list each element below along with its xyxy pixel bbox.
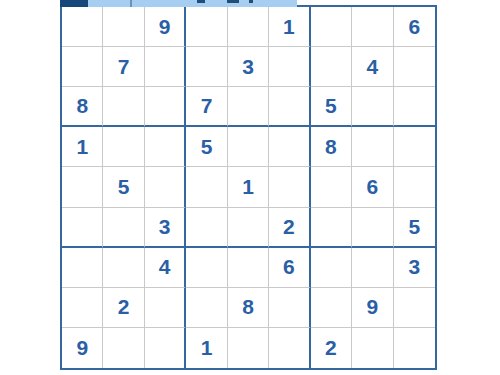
cell-r4c3[interactable] xyxy=(145,127,186,167)
cell-r1c2[interactable] xyxy=(103,7,144,47)
cell-r5c8[interactable]: 6 xyxy=(352,167,393,207)
cell-r6c6[interactable]: 2 xyxy=(269,208,310,248)
cell-r9c2[interactable] xyxy=(103,328,144,368)
toolbar-fragment-mark xyxy=(249,0,253,3)
cell-r9c5[interactable] xyxy=(228,328,269,368)
cell-r7c3[interactable]: 4 xyxy=(145,248,186,288)
cell-r1c3[interactable]: 9 xyxy=(145,7,186,47)
cell-r8c6[interactable] xyxy=(269,288,310,328)
cell-r8c4[interactable] xyxy=(186,288,227,328)
cell-r5c6[interactable] xyxy=(269,167,310,207)
toolbar-fragment-mark xyxy=(227,0,239,3)
cell-r9c1[interactable]: 9 xyxy=(62,328,103,368)
cell-r6c7[interactable] xyxy=(311,208,352,248)
cell-r6c9[interactable]: 5 xyxy=(394,208,435,248)
cell-r6c2[interactable] xyxy=(103,208,144,248)
cell-r2c9[interactable] xyxy=(394,47,435,87)
cell-r6c8[interactable] xyxy=(352,208,393,248)
cell-r3c8[interactable] xyxy=(352,87,393,127)
toolbar-fragment-dark-block xyxy=(60,0,88,7)
cell-r2c5[interactable]: 3 xyxy=(228,47,269,87)
cell-r8c8[interactable]: 9 xyxy=(352,288,393,328)
cell-r6c5[interactable] xyxy=(228,208,269,248)
cell-r2c2[interactable]: 7 xyxy=(103,47,144,87)
cell-r3c7[interactable]: 5 xyxy=(311,87,352,127)
cell-r5c9[interactable] xyxy=(394,167,435,207)
cell-r3c6[interactable] xyxy=(269,87,310,127)
sudoku-board: 916734875158516325463289912 xyxy=(60,5,437,370)
cell-r4c8[interactable] xyxy=(352,127,393,167)
cell-r4c2[interactable] xyxy=(103,127,144,167)
cell-r9c9[interactable] xyxy=(394,328,435,368)
cell-r7c9[interactable]: 3 xyxy=(394,248,435,288)
cell-r1c6[interactable]: 1 xyxy=(269,7,310,47)
cropped-toolbar-strip xyxy=(60,0,297,7)
cell-r2c8[interactable]: 4 xyxy=(352,47,393,87)
cell-r7c2[interactable] xyxy=(103,248,144,288)
cell-r1c4[interactable] xyxy=(186,7,227,47)
cell-r4c9[interactable] xyxy=(394,127,435,167)
cell-r4c4[interactable]: 5 xyxy=(186,127,227,167)
cell-r8c3[interactable] xyxy=(145,288,186,328)
cell-r9c7[interactable]: 2 xyxy=(311,328,352,368)
cell-r6c3[interactable]: 3 xyxy=(145,208,186,248)
cell-r3c3[interactable] xyxy=(145,87,186,127)
cell-r7c1[interactable] xyxy=(62,248,103,288)
cell-r8c7[interactable] xyxy=(311,288,352,328)
page: 916734875158516325463289912 xyxy=(0,0,500,375)
cell-r6c1[interactable] xyxy=(62,208,103,248)
cell-r3c9[interactable] xyxy=(394,87,435,127)
cell-r7c7[interactable] xyxy=(311,248,352,288)
cell-r4c7[interactable]: 8 xyxy=(311,127,352,167)
cell-r2c6[interactable] xyxy=(269,47,310,87)
cell-r5c3[interactable] xyxy=(145,167,186,207)
cell-r1c1[interactable] xyxy=(62,7,103,47)
cell-r5c4[interactable] xyxy=(186,167,227,207)
cell-r2c4[interactable] xyxy=(186,47,227,87)
cell-r1c5[interactable] xyxy=(228,7,269,47)
cell-r3c4[interactable]: 7 xyxy=(186,87,227,127)
cell-r7c4[interactable] xyxy=(186,248,227,288)
cell-r8c1[interactable] xyxy=(62,288,103,328)
cell-r5c5[interactable]: 1 xyxy=(228,167,269,207)
cell-r7c6[interactable]: 6 xyxy=(269,248,310,288)
cell-r7c5[interactable] xyxy=(228,248,269,288)
cell-r2c7[interactable] xyxy=(311,47,352,87)
toolbar-fragment-tick xyxy=(130,0,132,7)
cell-r6c4[interactable] xyxy=(186,208,227,248)
cell-r1c9[interactable]: 6 xyxy=(394,7,435,47)
cell-r4c5[interactable] xyxy=(228,127,269,167)
cell-r2c3[interactable] xyxy=(145,47,186,87)
cell-r3c1[interactable]: 8 xyxy=(62,87,103,127)
cell-r9c8[interactable] xyxy=(352,328,393,368)
cell-r5c2[interactable]: 5 xyxy=(103,167,144,207)
cell-r1c8[interactable] xyxy=(352,7,393,47)
cell-r4c6[interactable] xyxy=(269,127,310,167)
cell-r8c2[interactable]: 2 xyxy=(103,288,144,328)
cell-r7c8[interactable] xyxy=(352,248,393,288)
cell-r1c7[interactable] xyxy=(311,7,352,47)
cell-r5c7[interactable] xyxy=(311,167,352,207)
cell-r8c9[interactable] xyxy=(394,288,435,328)
cell-r3c2[interactable] xyxy=(103,87,144,127)
cell-r2c1[interactable] xyxy=(62,47,103,87)
cell-r4c1[interactable]: 1 xyxy=(62,127,103,167)
cell-r9c4[interactable]: 1 xyxy=(186,328,227,368)
cell-r9c3[interactable] xyxy=(145,328,186,368)
cell-r5c1[interactable] xyxy=(62,167,103,207)
cell-r8c5[interactable]: 8 xyxy=(228,288,269,328)
toolbar-fragment-mark xyxy=(197,0,205,3)
cell-r3c5[interactable] xyxy=(228,87,269,127)
cell-r9c6[interactable] xyxy=(269,328,310,368)
